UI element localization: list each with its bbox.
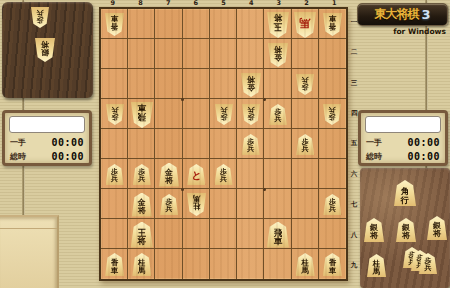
- piece-kanji: 兵: [220, 176, 227, 183]
- shogi-piece-knight[interactable]: 桂馬: [132, 253, 151, 276]
- logo-subtitle: for Windows: [358, 27, 446, 36]
- rank-label: 九: [349, 251, 359, 281]
- shogi-piece-pawn[interactable]: 歩兵: [215, 164, 233, 185]
- piece-kanji: 兵: [247, 146, 254, 153]
- shogi-board[interactable]: 香車玉将馬香車金将金将歩兵歩兵飛車歩兵歩兵歩兵歩兵歩兵歩兵歩兵歩兵金将と歩兵金将…: [99, 7, 348, 281]
- right-player-panel: 一手 00:00 総時 00:00: [358, 110, 448, 166]
- shogi-piece-pawn[interactable]: 歩兵: [106, 164, 124, 185]
- wooden-stand: [0, 215, 59, 288]
- piece-kanji: 兵: [425, 265, 432, 272]
- right-total-time-label: 総時: [366, 151, 382, 162]
- piece-kanji: 歩: [111, 113, 118, 120]
- file-label: 6: [182, 0, 210, 7]
- shogi-piece-pawn[interactable]: 歩兵: [296, 134, 314, 155]
- shogi-piece-pawn[interactable]: 歩兵: [160, 194, 178, 215]
- piece-kanji: 銀: [41, 48, 49, 56]
- shogi-piece-knight[interactable]: 桂馬: [187, 193, 206, 216]
- file-label: 1: [320, 0, 348, 7]
- rank-label: 七: [349, 190, 359, 220]
- piece-kanji: 車: [111, 267, 119, 275]
- piece-kanji: 将: [402, 232, 410, 240]
- piece-kanji: 馬: [300, 17, 311, 28]
- shogi-piece-pawn[interactable]: 歩兵: [242, 104, 260, 125]
- piece-kanji: 将: [247, 75, 255, 83]
- piece-kanji: 兵: [111, 106, 118, 113]
- piece-kanji: 玉: [274, 22, 283, 31]
- piece-kanji: 兵: [329, 206, 336, 213]
- shogi-piece-pawn[interactable]: 歩兵: [269, 104, 287, 125]
- piece-kanji: 兵: [247, 106, 254, 113]
- piece-kanji: 馬: [138, 267, 146, 275]
- shogi-app-window: 歩兵銀将 東大将棋 3 for Windows 987654321 一二三四五六…: [0, 0, 450, 288]
- piece-kanji: 飛: [138, 112, 147, 121]
- file-label: 8: [127, 0, 155, 7]
- shogi-piece-silver[interactable]: 銀将: [396, 218, 416, 242]
- piece-kanji: 車: [111, 15, 119, 23]
- piece-kanji: 将: [370, 232, 378, 240]
- piece-kanji: 将: [138, 237, 147, 246]
- shogi-piece-pawn[interactable]: 歩兵: [215, 104, 233, 125]
- piece-kanji: 将: [41, 40, 49, 48]
- piece-kanji: 歩: [302, 83, 309, 90]
- piece-kanji: 兵: [37, 9, 44, 16]
- piece-kanji: 車: [274, 237, 283, 246]
- piece-kanji: 兵: [111, 176, 118, 183]
- shogi-piece-silver[interactable]: 銀将: [364, 218, 384, 242]
- shogi-piece-pawn[interactable]: 歩兵: [323, 194, 341, 215]
- shogi-piece-gold[interactable]: 金将: [241, 73, 261, 97]
- piece-kanji: 車: [329, 267, 337, 275]
- file-label: 9: [99, 0, 127, 7]
- piece-kanji: 将: [274, 45, 282, 53]
- piece-kanji: 将: [138, 207, 146, 215]
- left-total-time-value: 00:00: [51, 151, 84, 162]
- logo-version: 3: [421, 7, 430, 22]
- right-move-time-label: 一手: [366, 137, 382, 148]
- left-player-panel: 一手 00:00 総時 00:00: [2, 110, 92, 166]
- shogi-piece-silver[interactable]: 銀将: [427, 216, 447, 240]
- rank-label: 三: [349, 68, 359, 98]
- shogi-piece-knight[interactable]: 桂馬: [367, 254, 386, 277]
- sente-captured-tray[interactable]: 角行銀将銀将銀将桂馬歩兵歩兵歩兵: [360, 168, 450, 288]
- left-total-time-label: 総時: [10, 151, 26, 162]
- piece-kanji: 兵: [302, 146, 309, 153]
- piece-kanji: 行: [401, 196, 410, 205]
- shogi-piece-gold[interactable]: 金将: [268, 43, 288, 67]
- piece-kanji: 兵: [220, 106, 227, 113]
- piece-kanji: 馬: [373, 268, 381, 276]
- shogi-piece-bishop[interactable]: 角行: [394, 180, 416, 206]
- piece-kanji: 兵: [166, 206, 173, 213]
- shogi-piece-silver[interactable]: 銀将: [35, 38, 55, 62]
- piece-kanji: 車: [138, 104, 147, 113]
- shogi-piece-gold[interactable]: 金将: [159, 163, 179, 187]
- shogi-piece-lance[interactable]: 香車: [105, 13, 124, 36]
- shogi-piece-promoted-bishop[interactable]: 馬: [294, 12, 316, 38]
- app-logo: 東大将棋 3: [357, 3, 448, 26]
- piece-kanji: と: [191, 171, 201, 181]
- piece-kanji: 馬: [301, 267, 309, 275]
- file-label: 2: [293, 0, 321, 7]
- logo-title: 東大将棋: [374, 6, 418, 23]
- piece-kanji: 歩: [37, 16, 44, 23]
- shogi-piece-lance[interactable]: 香車: [323, 13, 342, 36]
- shogi-piece-pawn[interactable]: 歩兵: [296, 74, 314, 95]
- rank-label: 二: [349, 37, 359, 67]
- rank-label: 八: [349, 220, 359, 250]
- piece-kanji: 将: [433, 230, 441, 238]
- shogi-piece-rook[interactable]: 飛車: [131, 102, 153, 128]
- piece-kanji: 香: [111, 23, 119, 31]
- piece-kanji: 香: [329, 23, 337, 31]
- shogi-piece-king[interactable]: 王将: [131, 222, 153, 248]
- piece-kanji: 歩: [220, 113, 227, 120]
- shogi-piece-lance[interactable]: 香車: [323, 253, 342, 276]
- shogi-piece-knight[interactable]: 桂馬: [296, 253, 315, 276]
- piece-kanji: 桂: [193, 203, 201, 211]
- piece-kanji: 歩: [247, 113, 254, 120]
- piece-kanji: 歩: [329, 113, 336, 120]
- rank-label: 一: [349, 7, 359, 37]
- piece-kanji: 車: [329, 15, 337, 23]
- right-move-time-value: 00:00: [407, 137, 440, 148]
- left-move-time-label: 一手: [10, 137, 26, 148]
- gote-captured-tray[interactable]: 歩兵銀将: [2, 2, 93, 98]
- file-label: 5: [210, 0, 238, 7]
- shogi-piece-lance[interactable]: 香車: [105, 253, 124, 276]
- file-label: 7: [154, 0, 182, 7]
- piece-kanji: 将: [165, 177, 173, 185]
- shogi-piece-pawn[interactable]: 歩兵: [31, 7, 49, 28]
- file-label: 3: [265, 0, 293, 7]
- shogi-piece-gold[interactable]: 金将: [132, 193, 152, 217]
- piece-kanji: 馬: [193, 195, 201, 203]
- piece-kanji: 将: [274, 14, 283, 23]
- piece-kanji: 兵: [138, 176, 145, 183]
- file-coordinates: 987654321: [99, 0, 348, 7]
- shogi-piece-pawn[interactable]: 歩兵: [106, 104, 124, 125]
- piece-kanji: 兵: [329, 106, 336, 113]
- file-label: 4: [237, 0, 265, 7]
- right-player-name-field[interactable]: [365, 116, 441, 133]
- left-move-time-value: 00:00: [51, 137, 84, 148]
- left-player-name-field[interactable]: [9, 116, 85, 133]
- shogi-piece-promoted-pawn[interactable]: と: [187, 164, 205, 185]
- piece-kanji: 兵: [274, 116, 281, 123]
- shogi-piece-pawn[interactable]: 歩兵: [242, 134, 260, 155]
- shogi-piece-pawn[interactable]: 歩兵: [133, 164, 151, 185]
- piece-kanji: 兵: [302, 76, 309, 83]
- shogi-piece-rook[interactable]: 飛車: [267, 222, 289, 248]
- right-total-time-value: 00:00: [407, 151, 440, 162]
- shogi-piece-pawn[interactable]: 歩兵: [323, 104, 341, 125]
- shogi-piece-king[interactable]: 玉将: [267, 12, 289, 38]
